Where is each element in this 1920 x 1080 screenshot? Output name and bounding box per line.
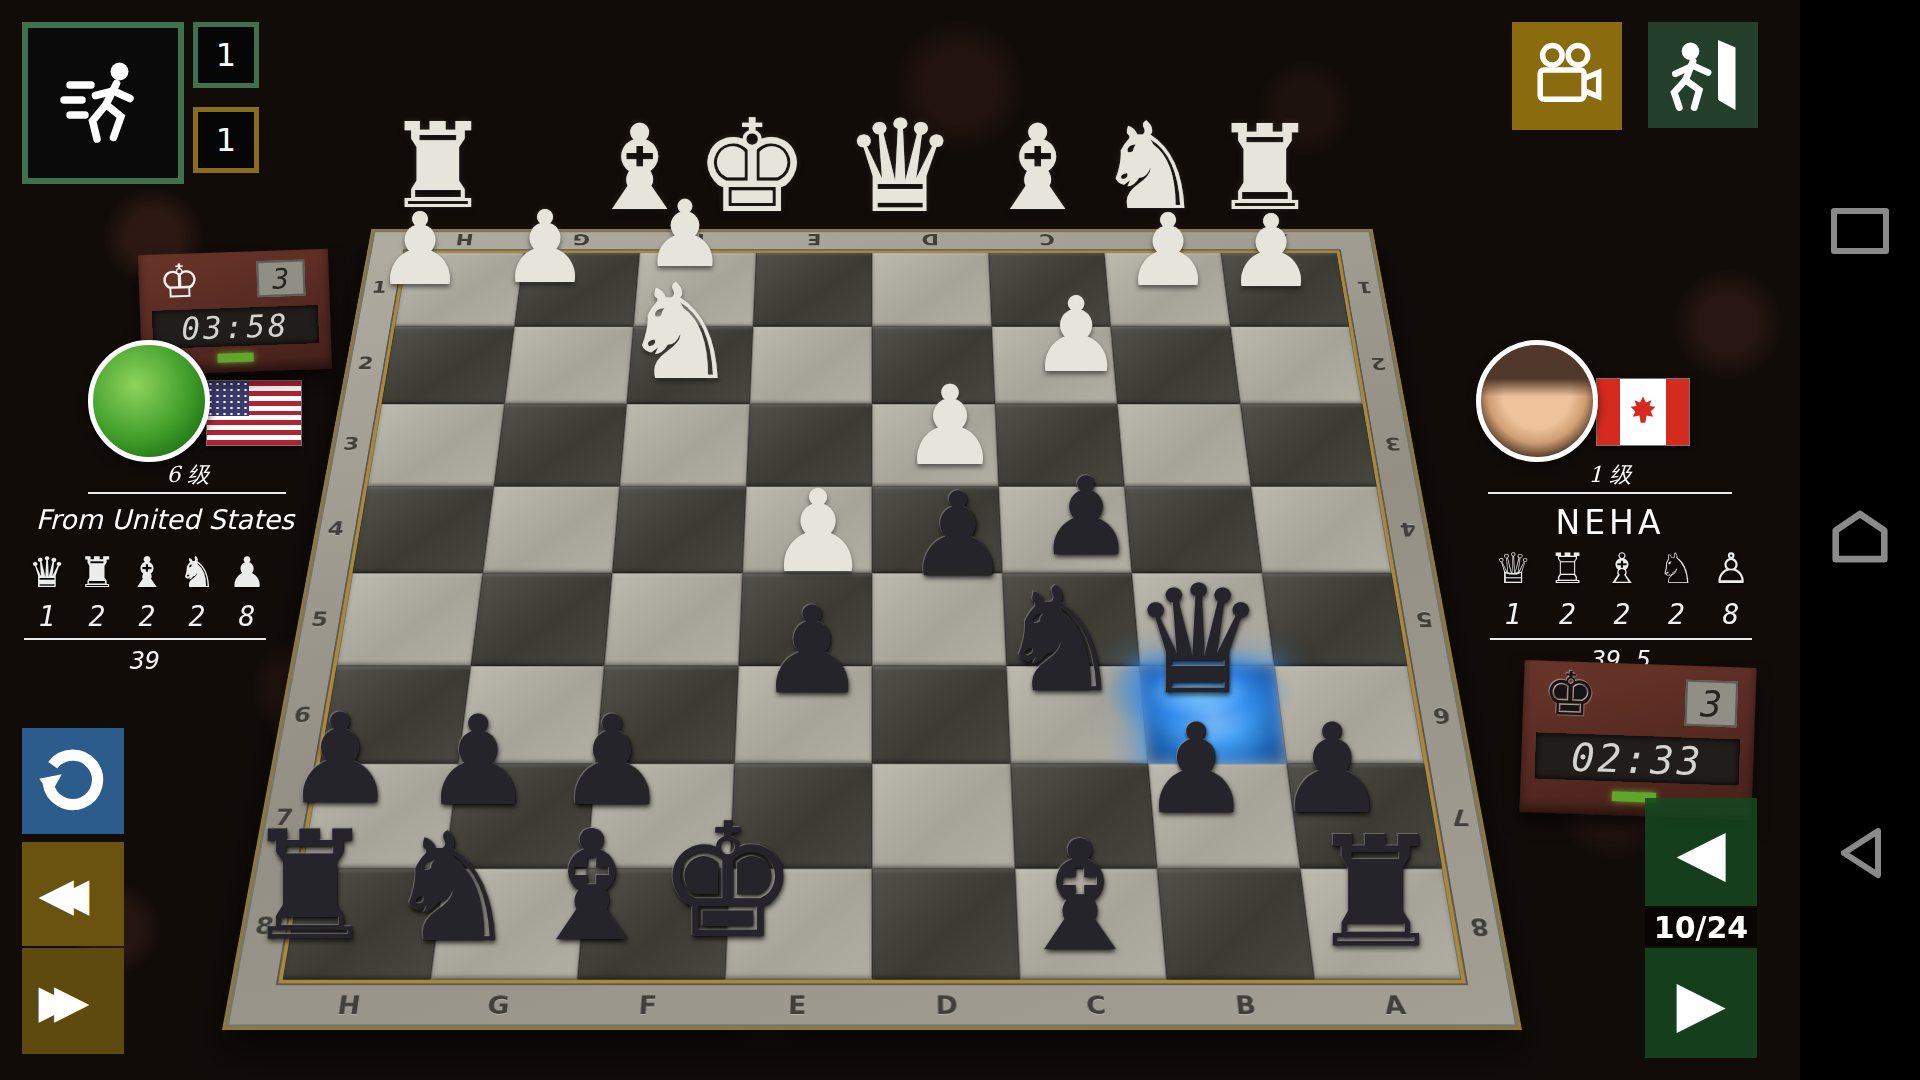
white-player-level: 6 级 (90, 460, 286, 490)
white-bishop-c1[interactable]: ♝ (985, 109, 1091, 227)
white-pawn-count: 8 (224, 600, 270, 633)
white-player-origin: From United States (30, 504, 300, 535)
black-queen-count: 1 (1490, 598, 1536, 631)
black-remaining-pieces-counts: 1 2 2 2 8 (1490, 598, 1754, 631)
black-pawn-c5[interactable]: ♟ (1038, 463, 1135, 571)
black-pawn-e6[interactable]: ♟ (758, 591, 866, 711)
black-pawn-b7[interactable]: ♟ (1140, 707, 1251, 831)
board-coordinate-label: C (1020, 983, 1172, 1026)
white-pawn-e5[interactable]: ♟ (767, 475, 869, 589)
black-queen-b6[interactable]: ♛ (1131, 565, 1265, 715)
rotate-arrow-icon (37, 745, 109, 817)
file-labels-bottom: HGFEDCBA (271, 983, 1474, 1026)
white-queen-d1[interactable]: ♛ (843, 103, 958, 231)
divider (1488, 492, 1732, 494)
board-coordinate-label: B (1169, 983, 1323, 1026)
black-player-level: 1 级 (1512, 460, 1708, 490)
left-triangle-icon: ◀ (1676, 820, 1725, 884)
home-icon (1828, 508, 1892, 564)
square-f5[interactable] (604, 573, 742, 665)
android-back-button[interactable] (1832, 824, 1888, 886)
board-coordinate-label: E (722, 983, 872, 1026)
white-pawn-b2[interactable]: ♟ (1123, 201, 1213, 301)
square-d6[interactable] (872, 666, 1010, 764)
us-flag-canton (207, 381, 249, 416)
video-camera-icon (1528, 37, 1606, 115)
black-pawn-icon: ♙ (1708, 546, 1754, 592)
white-queen-icon: ♛ (24, 550, 70, 596)
white-pawn-c3[interactable]: ♟ (1029, 283, 1122, 387)
square-g2[interactable] (504, 326, 633, 404)
square-g5[interactable] (470, 573, 612, 665)
white-player-flag-us (206, 380, 302, 446)
board-coordinate-label: H (271, 983, 427, 1026)
black-player-avatar[interactable] (1476, 340, 1598, 462)
square-d7[interactable] (872, 764, 1015, 869)
android-nav-bar (1800, 0, 1920, 1080)
square-g4[interactable] (482, 486, 619, 573)
divider (24, 638, 266, 640)
black-rook-a8[interactable]: ♜ (1308, 817, 1444, 969)
black-bishop-f8[interactable]: ♝ (524, 811, 660, 963)
black-pawn-count: 8 (1708, 598, 1754, 631)
square-g3[interactable] (493, 404, 626, 486)
maple-leaf-icon (1624, 393, 1662, 431)
black-knight-c6[interactable]: ♞ (995, 568, 1124, 712)
square-d1[interactable] (872, 253, 991, 327)
exit-door-icon (1662, 35, 1744, 115)
speed-play-button[interactable] (22, 22, 184, 184)
square-h3[interactable] (367, 404, 504, 486)
black-rook-icon: ♖ (1545, 546, 1591, 592)
divider (1490, 638, 1752, 640)
black-pawn-d5[interactable]: ♟ (906, 477, 1010, 593)
black-clock-badge: 3 (1685, 680, 1739, 728)
square-f4[interactable] (612, 486, 746, 573)
game-screen: HGFEDCBA 12345678 12345678 HGFEDCBA ♜♜♞♝… (0, 0, 1920, 1080)
square-d8[interactable] (872, 868, 1019, 980)
black-knight-icon: ♘ (1654, 546, 1700, 592)
right-triangle-icon: ▶ (1676, 971, 1725, 1035)
square-a2[interactable] (1230, 326, 1363, 404)
back-triangle-icon (1832, 824, 1888, 882)
black-rook-h8[interactable]: ♜ (243, 811, 377, 961)
white-queen-count: 1 (24, 600, 70, 633)
fast-forward-to-end-button[interactable]: ▶▶ (22, 948, 124, 1054)
running-man-icon (55, 55, 151, 151)
white-clock-time: 03:58 (152, 305, 319, 349)
black-king-clock-icon: ♚ (1543, 663, 1599, 725)
white-pawn-h2[interactable]: ♟ (375, 200, 465, 300)
rewind-to-start-button[interactable]: ◀◀ (22, 842, 124, 946)
white-king-clock-icon: ♔ (158, 257, 201, 304)
black-remaining-pieces-icons: ♕ ♖ ♗ ♘ ♙ (1490, 546, 1754, 592)
white-rook-count: 2 (74, 600, 120, 633)
white-pawn-g2[interactable]: ♟ (500, 198, 590, 298)
record-video-button[interactable] (1512, 22, 1622, 130)
square-b2[interactable] (1111, 326, 1240, 404)
square-b3[interactable] (1117, 404, 1250, 486)
android-home-button[interactable] (1828, 508, 1892, 568)
white-clock-led (217, 352, 253, 362)
move-counter: 10/24 (1645, 908, 1757, 946)
white-clock-badge: 3 (256, 260, 305, 298)
square-a3[interactable] (1240, 404, 1377, 486)
black-score-badge: 1 (193, 107, 259, 173)
white-remaining-pieces-icons: ♛ ♜ ♝ ♞ ♟ (24, 550, 270, 596)
board-coordinate-label: D (872, 983, 1022, 1026)
divider (88, 492, 286, 494)
previous-move-button[interactable]: ◀ (1645, 798, 1757, 906)
next-move-button[interactable]: ▶ (1645, 948, 1757, 1058)
rotate-board-button[interactable] (22, 728, 124, 834)
black-clock-time: 02:33 (1535, 732, 1740, 785)
square-a4[interactable] (1251, 486, 1392, 573)
square-h4[interactable] (352, 486, 493, 573)
android-recents-button[interactable] (1831, 208, 1889, 254)
double-right-triangles-icon: ▶▶ (59, 974, 88, 1028)
square-e2[interactable] (749, 326, 872, 404)
white-score-badge: 1 (193, 22, 259, 88)
black-bishop-c8[interactable]: ♝ (1012, 821, 1148, 973)
white-pawn-d4[interactable]: ♟ (901, 371, 1000, 481)
black-chess-clock: ♚ 3 02:33 (1519, 660, 1756, 820)
white-pawn-icon: ♟ (224, 550, 270, 596)
black-queen-icon: ♕ (1490, 546, 1536, 592)
white-knight-f3[interactable]: ♞ (621, 266, 739, 398)
square-e1[interactable] (753, 253, 872, 327)
white-knight-count: 2 (174, 600, 220, 633)
black-player-name: NEHA (1498, 503, 1722, 542)
white-bishop-count: 2 (124, 600, 170, 633)
board-coordinate-label: G (421, 983, 575, 1026)
white-material-score: 39 (24, 646, 266, 675)
square-f3[interactable] (620, 404, 750, 486)
white-knight-icon: ♞ (174, 550, 220, 596)
square-a5[interactable] (1262, 573, 1408, 665)
square-b8[interactable] (1157, 868, 1314, 980)
black-player-flag-canada (1596, 378, 1690, 446)
white-pawn-a2[interactable]: ♟ (1226, 202, 1316, 302)
black-rook-count: 2 (1545, 598, 1591, 631)
black-bishop-count: 2 (1599, 598, 1645, 631)
exit-game-button[interactable] (1648, 22, 1758, 128)
black-bishop-icon: ♗ (1599, 546, 1645, 592)
black-king-e8[interactable]: ♚ (657, 802, 799, 960)
black-knight-g8[interactable]: ♞ (385, 813, 519, 963)
white-bishop-icon: ♝ (124, 550, 170, 596)
board-coordinate-label: F (571, 983, 723, 1026)
white-rook-icon: ♜ (74, 550, 120, 596)
square-h5[interactable] (337, 573, 483, 665)
white-remaining-pieces-counts: 1 2 2 2 8 (24, 600, 270, 633)
board-coordinate-label: A (1317, 983, 1473, 1026)
white-player-avatar[interactable] (88, 340, 210, 462)
double-left-triangles-icon: ◀◀ (59, 867, 88, 921)
black-knight-count: 2 (1654, 598, 1700, 631)
square-h2[interactable] (381, 326, 514, 404)
